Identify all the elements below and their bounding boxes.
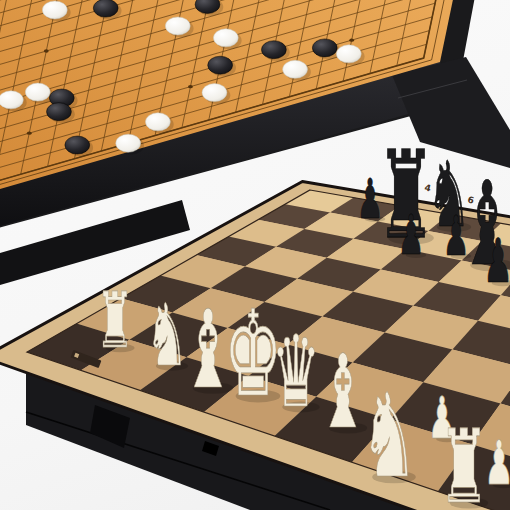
go-stone-white <box>146 113 171 131</box>
go-stone-white <box>42 1 67 19</box>
go-stone-white <box>283 60 308 78</box>
chess-piece-white-rook: ♜ <box>96 275 134 365</box>
go-star-point <box>27 131 32 134</box>
chess-piece-white-queen: ♛ <box>272 314 321 429</box>
go-star-point <box>349 38 354 41</box>
go-stone-white <box>213 29 238 47</box>
product-photo-stage: 46♟♞♜♟♟♝♟♜♞♝♚♛♝♟♞♟♜ <box>0 0 510 510</box>
scene-canvas: 46♟♞♜♟♟♝♟♜♞♝♚♛♝♟♞♟♜ <box>0 0 510 510</box>
go-stone-black <box>208 56 233 74</box>
go-stone-black <box>261 41 286 59</box>
go-stone-black <box>312 39 337 57</box>
go-star-point <box>188 85 193 88</box>
chess-piece-black-pawn: ♟ <box>397 203 424 266</box>
chess-piece-black-pawn: ♟ <box>483 225 510 297</box>
go-stone-black <box>47 103 72 121</box>
go-stone-white <box>165 17 190 35</box>
go-stone-black <box>65 136 90 154</box>
go-stone-white <box>25 83 50 101</box>
go-stone-white <box>116 134 141 152</box>
go-stone-white <box>336 45 361 63</box>
chess-piece-white-knight: ♞ <box>360 368 417 503</box>
go-star-point <box>44 49 49 52</box>
chess-piece-white-rook: ♜ <box>439 408 489 510</box>
go-stone-white <box>0 91 23 109</box>
go-stone-black <box>93 0 118 17</box>
go-stone-white <box>202 84 227 102</box>
